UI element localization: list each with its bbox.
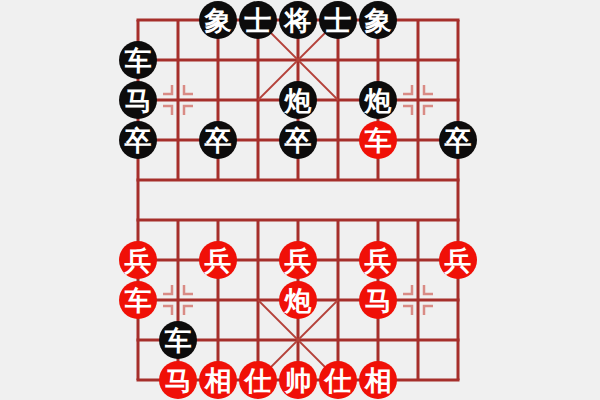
piece-red-soldier[interactable]: 兵 — [439, 241, 477, 279]
piece-black-elephant[interactable]: 象 — [359, 1, 397, 39]
piece-black-general[interactable]: 将 — [279, 1, 317, 39]
piece-black-cannon[interactable]: 炮 — [279, 81, 317, 119]
piece-red-elephant[interactable]: 相 — [199, 361, 237, 399]
piece-red-soldier[interactable]: 兵 — [199, 241, 237, 279]
piece-black-soldier[interactable]: 卒 — [119, 121, 157, 159]
piece-black-cannon[interactable]: 炮 — [359, 81, 397, 119]
piece-red-soldier[interactable]: 兵 — [279, 241, 317, 279]
xiangqi-board: 象士将士象车马炮炮卒卒卒车卒兵兵兵兵兵车炮马车马相仕帅仕相 — [118, 0, 478, 400]
piece-black-elephant[interactable]: 象 — [199, 1, 237, 39]
piece-red-cannon[interactable]: 炮 — [279, 281, 317, 319]
piece-black-soldier[interactable]: 卒 — [439, 121, 477, 159]
piece-black-advisor[interactable]: 士 — [239, 1, 277, 39]
piece-black-chariot[interactable]: 车 — [119, 41, 157, 79]
piece-red-elephant[interactable]: 相 — [359, 361, 397, 399]
piece-red-chariot[interactable]: 车 — [359, 121, 397, 159]
piece-black-chariot[interactable]: 车 — [159, 321, 197, 359]
piece-red-soldier[interactable]: 兵 — [359, 241, 397, 279]
piece-red-horse[interactable]: 马 — [159, 361, 197, 399]
piece-black-advisor[interactable]: 士 — [319, 1, 357, 39]
piece-red-chariot[interactable]: 车 — [119, 281, 157, 319]
piece-black-soldier[interactable]: 卒 — [199, 121, 237, 159]
xiangqi-app-background: 象士将士象车马炮炮卒卒卒车卒兵兵兵兵兵车炮马车马相仕帅仕相 — [0, 0, 600, 400]
piece-red-advisor[interactable]: 仕 — [239, 361, 277, 399]
piece-black-soldier[interactable]: 卒 — [279, 121, 317, 159]
piece-red-general[interactable]: 帅 — [279, 361, 317, 399]
piece-black-horse[interactable]: 马 — [119, 81, 157, 119]
piece-red-horse[interactable]: 马 — [359, 281, 397, 319]
piece-red-advisor[interactable]: 仕 — [319, 361, 357, 399]
board-grid: 象士将士象车马炮炮卒卒卒车卒兵兵兵兵兵车炮马车马相仕帅仕相 — [118, 0, 478, 400]
piece-red-soldier[interactable]: 兵 — [119, 241, 157, 279]
